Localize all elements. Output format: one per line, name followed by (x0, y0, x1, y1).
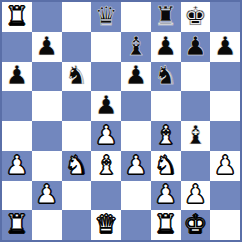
square-b5[interactable] (32, 91, 62, 121)
square-h1[interactable] (210, 210, 240, 240)
square-d2[interactable] (91, 181, 121, 211)
piece-black-knight[interactable]: ♞ (154, 62, 177, 88)
piece-black-pawn[interactable]: ♟ (35, 33, 58, 59)
chess-board: ♜♛♜♚♟♝♟♟♟♟♞♟♞♟♟♝♝♟♞♝♟♞♟♟♟♟♜♛♜♚ (0, 0, 242, 242)
square-b1[interactable] (32, 210, 62, 240)
square-d5[interactable]: ♟ (91, 91, 121, 121)
piece-black-bishop[interactable]: ♝ (124, 33, 147, 59)
square-c4[interactable] (62, 121, 92, 151)
square-a2[interactable] (2, 181, 32, 211)
square-f3[interactable]: ♞ (151, 151, 181, 181)
square-d8[interactable]: ♛ (91, 2, 121, 32)
piece-white-rook[interactable]: ♜ (5, 3, 28, 29)
square-f1[interactable]: ♜ (151, 210, 181, 240)
piece-white-pawn[interactable]: ♟ (154, 181, 177, 207)
piece-black-king[interactable]: ♚ (184, 3, 207, 29)
piece-black-pawn[interactable]: ♟ (124, 62, 147, 88)
square-e2[interactable] (121, 181, 151, 211)
piece-white-queen[interactable]: ♛ (94, 211, 117, 237)
square-e5[interactable] (121, 91, 151, 121)
piece-black-pawn[interactable]: ♟ (213, 33, 236, 59)
square-c7[interactable] (62, 32, 92, 62)
square-g3[interactable] (181, 151, 211, 181)
piece-black-bishop[interactable]: ♝ (184, 122, 207, 148)
square-f8[interactable]: ♜ (151, 2, 181, 32)
square-e6[interactable]: ♟ (121, 62, 151, 92)
square-h3[interactable]: ♟ (210, 151, 240, 181)
square-e4[interactable] (121, 121, 151, 151)
square-b8[interactable] (32, 2, 62, 32)
square-d3[interactable]: ♝ (91, 151, 121, 181)
piece-white-pawn[interactable]: ♟ (94, 122, 117, 148)
square-a1[interactable]: ♜ (2, 210, 32, 240)
piece-black-knight[interactable]: ♞ (65, 62, 88, 88)
piece-black-pawn[interactable]: ♟ (184, 33, 207, 59)
square-b6[interactable] (32, 62, 62, 92)
square-b2[interactable]: ♟ (32, 181, 62, 211)
square-c2[interactable] (62, 181, 92, 211)
piece-white-pawn[interactable]: ♟ (184, 181, 207, 207)
piece-black-pawn[interactable]: ♟ (154, 33, 177, 59)
square-f4[interactable]: ♝ (151, 121, 181, 151)
square-e7[interactable]: ♝ (121, 32, 151, 62)
square-h8[interactable] (210, 2, 240, 32)
piece-white-knight[interactable]: ♞ (154, 152, 177, 178)
square-g5[interactable] (181, 91, 211, 121)
square-c8[interactable] (62, 2, 92, 32)
piece-white-rook[interactable]: ♜ (5, 211, 28, 237)
square-f7[interactable]: ♟ (151, 32, 181, 62)
square-a6[interactable]: ♟ (2, 62, 32, 92)
square-g7[interactable]: ♟ (181, 32, 211, 62)
square-c3[interactable]: ♞ (62, 151, 92, 181)
square-h5[interactable] (210, 91, 240, 121)
piece-white-pawn[interactable]: ♟ (124, 152, 147, 178)
square-b7[interactable]: ♟ (32, 32, 62, 62)
square-h7[interactable]: ♟ (210, 32, 240, 62)
piece-white-rook[interactable]: ♜ (154, 211, 177, 237)
square-a5[interactable] (2, 91, 32, 121)
square-e1[interactable] (121, 210, 151, 240)
square-d1[interactable]: ♛ (91, 210, 121, 240)
square-f2[interactable]: ♟ (151, 181, 181, 211)
square-g4[interactable]: ♝ (181, 121, 211, 151)
square-f6[interactable]: ♞ (151, 62, 181, 92)
square-e8[interactable] (121, 2, 151, 32)
square-c5[interactable] (62, 91, 92, 121)
square-g8[interactable]: ♚ (181, 2, 211, 32)
square-h6[interactable] (210, 62, 240, 92)
square-g1[interactable]: ♚ (181, 210, 211, 240)
piece-white-bishop[interactable]: ♝ (94, 152, 117, 178)
piece-white-knight[interactable]: ♞ (65, 152, 88, 178)
square-d4[interactable]: ♟ (91, 121, 121, 151)
square-a7[interactable] (2, 32, 32, 62)
square-a3[interactable]: ♟ (2, 151, 32, 181)
square-e3[interactable]: ♟ (121, 151, 151, 181)
square-g6[interactable] (181, 62, 211, 92)
square-d6[interactable] (91, 62, 121, 92)
square-c6[interactable]: ♞ (62, 62, 92, 92)
square-b4[interactable] (32, 121, 62, 151)
square-f5[interactable] (151, 91, 181, 121)
piece-white-bishop[interactable]: ♝ (154, 122, 177, 148)
piece-white-pawn[interactable]: ♟ (213, 152, 236, 178)
piece-white-pawn[interactable]: ♟ (5, 152, 28, 178)
piece-white-pawn[interactable]: ♟ (35, 181, 58, 207)
square-d7[interactable] (91, 32, 121, 62)
piece-black-pawn[interactable]: ♟ (5, 62, 28, 88)
square-g2[interactable]: ♟ (181, 181, 211, 211)
piece-white-king[interactable]: ♚ (184, 211, 207, 237)
square-h2[interactable] (210, 181, 240, 211)
piece-black-pawn[interactable]: ♟ (94, 92, 117, 118)
square-b3[interactable] (32, 151, 62, 181)
square-h4[interactable] (210, 121, 240, 151)
piece-black-queen[interactable]: ♛ (94, 3, 117, 29)
square-c1[interactable] (62, 210, 92, 240)
square-a4[interactable] (2, 121, 32, 151)
square-a8[interactable]: ♜ (2, 2, 32, 32)
piece-black-rook[interactable]: ♜ (154, 3, 177, 29)
